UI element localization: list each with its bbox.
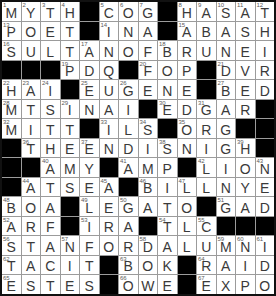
- cell-letter: A: [22, 84, 41, 98]
- cell-r13c10[interactable]: L: [178, 236, 197, 255]
- cell-r5c8[interactable]: E: [139, 80, 158, 99]
- cell-letter: A: [100, 103, 119, 117]
- cell-r13c12[interactable]: 59M: [217, 236, 236, 255]
- cell-r8c8[interactable]: I: [139, 139, 158, 158]
- cell-letter: O: [178, 201, 197, 215]
- cell-r11c6[interactable]: E: [100, 197, 119, 216]
- cell-letter: R: [256, 64, 275, 78]
- cell-r10c6[interactable]: 45A: [100, 178, 119, 197]
- cell-letter: R: [197, 123, 216, 137]
- cell-r12c5[interactable]: 53I: [80, 217, 99, 236]
- cell-r5c10[interactable]: E: [178, 80, 197, 99]
- cell-letter: N: [217, 45, 236, 59]
- cell-r2c10[interactable]: 15A: [178, 22, 197, 41]
- cell-r2c12[interactable]: A: [217, 22, 236, 41]
- cell-r8c9[interactable]: 38S: [158, 139, 177, 158]
- cell-r3c9[interactable]: 18B: [158, 41, 177, 60]
- cell-r15c8[interactable]: W: [139, 275, 158, 294]
- cell-r10c12[interactable]: N: [217, 178, 236, 197]
- cell-r8c5[interactable]: 37E: [80, 139, 99, 158]
- cell-letter: N: [217, 181, 236, 195]
- cell-r8c10[interactable]: N: [178, 139, 197, 158]
- cell-letter: O: [119, 279, 138, 293]
- cell-r15c12[interactable]: X: [217, 275, 236, 294]
- cell-r4c9[interactable]: O: [158, 61, 177, 80]
- cell-r12c9[interactable]: 54T: [158, 217, 177, 236]
- black-cell-r11c4: [61, 197, 80, 216]
- cell-letter: G: [119, 84, 138, 98]
- cell-r2c14[interactable]: H: [256, 22, 275, 41]
- cell-letter: T: [61, 45, 80, 59]
- cell-r1c8[interactable]: 7G: [139, 2, 158, 21]
- black-cell-r7c14: [256, 119, 275, 138]
- cell-r13c8[interactable]: 58D: [139, 236, 158, 255]
- cell-r9c14[interactable]: 43N: [256, 158, 275, 177]
- cell-letter: I: [217, 162, 236, 176]
- cell-letter: A: [22, 181, 41, 195]
- cell-letter: E: [178, 84, 197, 98]
- cell-letter: U: [100, 84, 119, 98]
- cell-letter: I: [158, 181, 177, 195]
- cell-r7c6[interactable]: 33I: [100, 119, 119, 138]
- cell-letter: H: [236, 142, 255, 156]
- cell-letter: O: [22, 201, 41, 215]
- cell-r15c9[interactable]: E: [158, 275, 177, 294]
- cell-letter: D: [139, 240, 158, 254]
- cell-r15c2[interactable]: S: [22, 275, 41, 294]
- cell-r13c13[interactable]: 60N: [236, 236, 255, 255]
- cell-r10c8[interactable]: 46B: [139, 178, 158, 197]
- cell-letter: I: [61, 259, 80, 273]
- cell-letter: E: [197, 279, 216, 293]
- cell-r5c12[interactable]: 27B: [217, 80, 236, 99]
- cell-r15c13[interactable]: P: [236, 275, 255, 294]
- cell-letter: G: [139, 6, 158, 20]
- cell-letter: M: [61, 162, 80, 176]
- cell-r3c10[interactable]: R: [178, 41, 197, 60]
- cell-r9c13[interactable]: O: [236, 158, 255, 177]
- cell-r2c7[interactable]: N: [119, 22, 138, 41]
- cell-r9c5[interactable]: Y: [80, 158, 99, 177]
- crossword-grid: 1M2Y3T4H5C6O7G8H9A10S11A12T13POET14INA15…: [0, 0, 276, 296]
- cell-r8c7[interactable]: D: [119, 139, 138, 158]
- cell-r2c2[interactable]: O: [22, 22, 41, 41]
- cell-letter: A: [119, 162, 138, 176]
- cell-letter: Y: [22, 6, 41, 20]
- cell-r14c3[interactable]: C: [41, 256, 60, 275]
- cell-r11c8[interactable]: A: [139, 197, 158, 216]
- cell-letter: F: [41, 220, 60, 234]
- cell-r9c7[interactable]: 41A: [119, 158, 138, 177]
- cell-r9c12[interactable]: I: [217, 158, 236, 177]
- cell-letter: N: [100, 45, 119, 59]
- cell-r8c2[interactable]: 36T: [22, 139, 41, 158]
- cell-letter: S: [2, 240, 21, 254]
- cell-r8c11[interactable]: I: [197, 139, 216, 158]
- cell-r2c11[interactable]: B: [197, 22, 216, 41]
- cell-r14c2[interactable]: A: [22, 256, 41, 275]
- cell-r6c2[interactable]: T: [22, 100, 41, 119]
- cell-r13c1[interactable]: 56S: [2, 236, 21, 255]
- cell-r7c10[interactable]: 35O: [178, 119, 197, 138]
- cell-r15c11[interactable]: 67E: [197, 275, 216, 294]
- cell-r1c11[interactable]: 9A: [197, 2, 216, 21]
- cell-letter: O: [119, 45, 138, 59]
- cell-letter: C: [100, 6, 119, 20]
- cell-letter: D: [256, 201, 275, 215]
- cell-letter: G: [217, 123, 236, 137]
- cell-r11c13[interactable]: A: [236, 197, 255, 216]
- cell-r2c1[interactable]: 13P: [2, 22, 21, 41]
- cell-r6c13[interactable]: R: [236, 100, 255, 119]
- cell-r8c12[interactable]: G: [217, 139, 236, 158]
- cell-letter: E: [100, 201, 119, 215]
- cell-r5c6[interactable]: U: [100, 80, 119, 99]
- cell-letter: T: [80, 259, 99, 273]
- cell-r13c11[interactable]: U: [197, 236, 216, 255]
- cell-r14c12[interactable]: A: [217, 256, 236, 275]
- cell-r13c5[interactable]: F: [80, 236, 99, 255]
- cell-r5c5[interactable]: 25E: [80, 80, 99, 99]
- cell-letter: A: [22, 259, 41, 273]
- cell-r1c4[interactable]: 4H: [61, 2, 80, 21]
- cell-r3c7[interactable]: O: [119, 41, 138, 60]
- cell-r1c13[interactable]: 11A: [236, 2, 255, 21]
- cell-r11c7[interactable]: 50G: [119, 197, 138, 216]
- cell-r1c1[interactable]: 1M: [2, 2, 21, 21]
- cell-r11c12[interactable]: 51G: [217, 197, 236, 216]
- cell-letter: R: [236, 103, 255, 117]
- cell-r5c1[interactable]: 22H: [2, 80, 21, 99]
- black-cell-r9c10: [178, 158, 197, 177]
- cell-r12c2[interactable]: R: [22, 217, 41, 236]
- black-cell-r12c14: [256, 217, 275, 236]
- cell-letter: S: [61, 181, 80, 195]
- cell-letter: N: [236, 240, 255, 254]
- cell-letter: A: [41, 240, 60, 254]
- cell-letter: R: [22, 220, 41, 234]
- cell-r12c3[interactable]: F: [41, 217, 60, 236]
- cell-letter: I: [80, 220, 99, 234]
- cell-r2c6[interactable]: 14I: [100, 22, 119, 41]
- cell-r2c4[interactable]: T: [61, 22, 80, 41]
- cell-letter: A: [41, 162, 60, 176]
- black-cell-r6c8: [139, 100, 158, 119]
- cell-letter: G: [217, 142, 236, 156]
- cell-letter: A: [178, 25, 197, 39]
- cell-r13c3[interactable]: A: [41, 236, 60, 255]
- cell-letter: G: [119, 201, 138, 215]
- cell-letter: D: [80, 64, 99, 78]
- cell-r3c14[interactable]: I: [256, 41, 275, 60]
- cell-letter: N: [158, 84, 177, 98]
- cell-r14c14[interactable]: D: [256, 256, 275, 275]
- cell-r1c10[interactable]: 8H: [178, 2, 197, 21]
- cell-r6c7[interactable]: I: [119, 100, 138, 119]
- cell-r4c14[interactable]: R: [256, 61, 275, 80]
- cell-r1c12[interactable]: 10S: [217, 2, 236, 21]
- cell-r2c8[interactable]: A: [139, 22, 158, 41]
- cell-r6c3[interactable]: S: [41, 100, 60, 119]
- cell-r12c7[interactable]: A: [119, 217, 138, 236]
- cell-r10c9[interactable]: I: [158, 178, 177, 197]
- cell-letter: D: [256, 84, 275, 98]
- cell-letter: G: [217, 201, 236, 215]
- cell-r11c1[interactable]: 48B: [2, 197, 21, 216]
- cell-letter: O: [256, 279, 275, 293]
- cell-letter: B: [119, 259, 138, 273]
- cell-r12c1[interactable]: 52A: [2, 217, 21, 236]
- cell-letter: B: [217, 84, 236, 98]
- cell-r10c11[interactable]: L: [197, 178, 216, 197]
- cell-letter: I: [100, 25, 119, 39]
- black-cell-r1c5: [80, 2, 99, 21]
- black-cell-r2c9: [158, 22, 177, 41]
- cell-letter: B: [2, 201, 21, 215]
- cell-r14c11[interactable]: 64R: [197, 256, 216, 275]
- cell-r11c14[interactable]: D: [256, 197, 275, 216]
- cell-r1c6[interactable]: 5C: [100, 2, 119, 21]
- cell-r14c8[interactable]: O: [139, 256, 158, 275]
- cell-r13c4[interactable]: 57N: [61, 236, 80, 255]
- cell-letter: P: [178, 64, 197, 78]
- cell-r5c2[interactable]: 23A: [22, 80, 41, 99]
- cell-r4c8[interactable]: 20F: [139, 61, 158, 80]
- cell-letter: I: [236, 259, 255, 273]
- cell-r1c14[interactable]: 12T: [256, 2, 275, 21]
- cell-r8c6[interactable]: N: [100, 139, 119, 158]
- cell-r13c6[interactable]: O: [100, 236, 119, 255]
- cell-letter: S: [236, 25, 255, 39]
- cell-letter: S: [2, 45, 21, 59]
- black-cell-r4c1: [2, 61, 21, 80]
- cell-r9c3[interactable]: 40A: [41, 158, 60, 177]
- cell-r12c10[interactable]: L: [178, 217, 197, 236]
- cell-letter: T: [61, 25, 80, 39]
- cell-r2c13[interactable]: S: [236, 22, 255, 41]
- cell-letter: S: [217, 6, 236, 20]
- cell-letter: T: [41, 181, 60, 195]
- cell-letter: F: [139, 45, 158, 59]
- cell-r6c9[interactable]: 30E: [158, 100, 177, 119]
- cell-r13c14[interactable]: 61I: [256, 236, 275, 255]
- cell-letter: O: [178, 123, 197, 137]
- cell-r9c11[interactable]: 42L: [197, 158, 216, 177]
- cell-r14c13[interactable]: I: [236, 256, 255, 275]
- cell-r6c12[interactable]: A: [217, 100, 236, 119]
- cell-r7c8[interactable]: 34S: [139, 119, 158, 138]
- black-cell-r8c1: [2, 139, 21, 158]
- cell-r7c2[interactable]: I: [22, 119, 41, 138]
- cell-letter: T: [41, 123, 60, 137]
- cell-r6c6[interactable]: A: [100, 100, 119, 119]
- cell-r9c8[interactable]: M: [139, 158, 158, 177]
- cell-letter: Q: [100, 64, 119, 78]
- cell-r14c9[interactable]: K: [158, 256, 177, 275]
- cell-r10c13[interactable]: Y: [236, 178, 255, 197]
- cell-r4c13[interactable]: V: [236, 61, 255, 80]
- cell-r3c2[interactable]: U: [22, 41, 41, 60]
- cell-letter: B: [139, 181, 158, 195]
- cell-r3c11[interactable]: U: [197, 41, 216, 60]
- cell-letter: D: [119, 142, 138, 156]
- cell-r7c1[interactable]: 32M: [2, 119, 21, 138]
- cell-r3c1[interactable]: 16S: [2, 41, 21, 60]
- cell-r5c14[interactable]: D: [256, 80, 275, 99]
- cell-letter: A: [139, 201, 158, 215]
- cell-letter: T: [158, 220, 177, 234]
- cell-letter: I: [256, 45, 275, 59]
- cell-r4c6[interactable]: Q: [100, 61, 119, 80]
- cell-letter: T: [256, 6, 275, 20]
- cell-letter: E: [256, 181, 275, 195]
- cell-letter: H: [2, 84, 21, 98]
- cell-letter: M: [139, 162, 158, 176]
- cell-letter: W: [139, 279, 158, 293]
- cell-letter: I: [119, 103, 138, 117]
- cell-letter: O: [236, 162, 255, 176]
- cell-letter: E: [80, 181, 99, 195]
- cell-r9c9[interactable]: P: [158, 158, 177, 177]
- black-cell-r12c12: [217, 217, 236, 236]
- black-cell-r12c8: [139, 217, 158, 236]
- cell-letter: O: [158, 64, 177, 78]
- black-cell-r2c5: [80, 22, 99, 41]
- cell-r14c1[interactable]: 62T: [2, 256, 21, 275]
- cell-r11c5[interactable]: 49L: [80, 197, 99, 216]
- cell-r1c2[interactable]: 2Y: [22, 2, 41, 21]
- cell-letter: S: [41, 103, 60, 117]
- cell-letter: A: [100, 181, 119, 195]
- cell-letter: A: [119, 220, 138, 234]
- cell-r2c3[interactable]: E: [41, 22, 60, 41]
- cell-r11c2[interactable]: O: [22, 197, 41, 216]
- cell-letter: H: [61, 6, 80, 20]
- cell-r3c3[interactable]: L: [41, 41, 60, 60]
- cell-r15c1[interactable]: 65E: [2, 275, 21, 294]
- cell-letter: L: [178, 181, 197, 195]
- cell-r4c5[interactable]: D: [80, 61, 99, 80]
- cell-r3c12[interactable]: N: [217, 41, 236, 60]
- cell-r5c7[interactable]: 26G: [119, 80, 138, 99]
- cell-letter: I: [41, 84, 60, 98]
- cell-r8c13[interactable]: 39H: [236, 139, 255, 158]
- cell-letter: G: [197, 103, 216, 117]
- cell-letter: I: [61, 103, 80, 117]
- cell-r1c3[interactable]: 3T: [41, 2, 60, 21]
- black-cell-r4c11: [197, 61, 216, 80]
- cell-r8c3[interactable]: H: [41, 139, 60, 158]
- cell-r7c4[interactable]: T: [61, 119, 80, 138]
- cell-letter: E: [236, 45, 255, 59]
- cell-r13c9[interactable]: A: [158, 236, 177, 255]
- cell-r12c11[interactable]: 55C: [197, 217, 216, 236]
- cell-r10c5[interactable]: E: [80, 178, 99, 197]
- cell-letter: T: [22, 103, 41, 117]
- cell-letter: C: [197, 220, 216, 234]
- cell-letter: N: [119, 25, 138, 39]
- cell-letter: R: [178, 45, 197, 59]
- cell-r7c3[interactable]: T: [41, 119, 60, 138]
- cell-r15c3[interactable]: T: [41, 275, 60, 294]
- cell-r3c5[interactable]: 17A: [80, 41, 99, 60]
- cell-r7c7[interactable]: L: [119, 119, 138, 138]
- cell-r8c4[interactable]: E: [61, 139, 80, 158]
- cell-letter: M: [2, 123, 21, 137]
- cell-letter: A: [158, 240, 177, 254]
- black-cell-r14c6: [100, 256, 119, 275]
- cell-r13c2[interactable]: T: [22, 236, 41, 255]
- black-cell-r10c7: [119, 178, 138, 197]
- cell-r10c14[interactable]: E: [256, 178, 275, 197]
- cell-r4c4[interactable]: 19P: [61, 61, 80, 80]
- cell-r6c5[interactable]: N: [80, 100, 99, 119]
- cell-r6c10[interactable]: D: [178, 100, 197, 119]
- cell-r7c12[interactable]: G: [217, 119, 236, 138]
- cell-letter: N: [61, 240, 80, 254]
- cell-letter: N: [256, 162, 275, 176]
- cell-r14c5[interactable]: T: [80, 256, 99, 275]
- cell-letter: A: [41, 201, 60, 215]
- cell-r11c3[interactable]: A: [41, 197, 60, 216]
- cell-r10c3[interactable]: T: [41, 178, 60, 197]
- cell-r15c4[interactable]: E: [61, 275, 80, 294]
- cell-r5c9[interactable]: N: [158, 80, 177, 99]
- cell-r1c7[interactable]: 6O: [119, 2, 138, 21]
- cell-letter: L: [178, 220, 197, 234]
- cell-r11c10[interactable]: O: [178, 197, 197, 216]
- cell-letter: D: [178, 103, 197, 117]
- cell-r10c10[interactable]: 47L: [178, 178, 197, 197]
- cell-r10c4[interactable]: S: [61, 178, 80, 197]
- cell-r14c7[interactable]: 63B: [119, 256, 138, 275]
- cell-r9c4[interactable]: M: [61, 158, 80, 177]
- cell-letter: N: [80, 103, 99, 117]
- black-cell-r11c11: [197, 197, 216, 216]
- cell-r3c6[interactable]: N: [100, 41, 119, 60]
- cell-r4c12[interactable]: 21D: [217, 61, 236, 80]
- cell-letter: P: [158, 162, 177, 176]
- cell-r6c1[interactable]: 28M: [2, 100, 21, 119]
- cell-r10c2[interactable]: 44A: [22, 178, 41, 197]
- cell-r6c4[interactable]: 29I: [61, 100, 80, 119]
- cell-r5c3[interactable]: 24I: [41, 80, 60, 99]
- cell-letter: E: [61, 142, 80, 156]
- cell-r5c13[interactable]: E: [236, 80, 255, 99]
- cell-letter: H: [178, 6, 197, 20]
- cell-r12c6[interactable]: R: [100, 217, 119, 236]
- cell-r3c8[interactable]: F: [139, 41, 158, 60]
- cell-letter: M: [2, 103, 21, 117]
- cell-r14c4[interactable]: I: [61, 256, 80, 275]
- cell-letter: L: [178, 240, 197, 254]
- cell-r15c14[interactable]: O: [256, 275, 275, 294]
- cell-letter: D: [217, 64, 236, 78]
- cell-letter: O: [139, 259, 158, 273]
- cell-r13c7[interactable]: R: [119, 236, 138, 255]
- cell-r7c11[interactable]: R: [197, 119, 216, 138]
- cell-letter: L: [197, 181, 216, 195]
- cell-r6c11[interactable]: 31G: [197, 100, 216, 119]
- cell-letter: K: [158, 259, 177, 273]
- cell-r3c4[interactable]: T: [61, 41, 80, 60]
- cell-r4c10[interactable]: P: [178, 61, 197, 80]
- cell-r15c7[interactable]: 66O: [119, 275, 138, 294]
- cell-r3c13[interactable]: E: [236, 41, 255, 60]
- cell-letter: I: [197, 142, 216, 156]
- cell-r15c5[interactable]: S: [80, 275, 99, 294]
- cell-r11c9[interactable]: T: [158, 197, 177, 216]
